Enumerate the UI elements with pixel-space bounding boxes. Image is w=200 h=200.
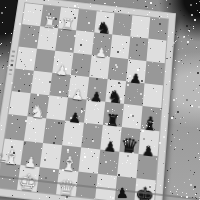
square-g7	[128, 37, 148, 61]
captured-black-pawn: ♟	[116, 186, 129, 200]
square-g2	[117, 151, 138, 178]
square-h1: ♚	[134, 178, 155, 200]
square-e8: ♞	[94, 11, 114, 34]
chessboard-photo: ♜♜♞♟♟♟♟♟♞♞♟♜♝♟♛♟♝♟♝♚♛♚ ♔ ♟	[0, 0, 200, 200]
square-g5	[124, 81, 145, 106]
square-e5: ♟	[87, 77, 108, 102]
chess-board: ♜♜♞♟♟♟♟♟♞♞♟♜♝♟♛♟♝♟♝♚♛♚ ♔	[0, 0, 182, 200]
square-f2	[98, 149, 120, 176]
square-h4: ♝	[141, 106, 162, 132]
square-e6	[89, 54, 110, 78]
square-g4	[122, 104, 143, 130]
white-queen: ♛	[56, 177, 77, 200]
square-f6	[108, 57, 129, 81]
square-h6	[145, 61, 165, 85]
square-f5: ♞	[105, 79, 126, 104]
square-f3: ♟	[100, 125, 121, 151]
square-h7	[146, 39, 166, 63]
maker-stamp-crown-icon: ♔	[0, 151, 5, 159]
square-f8	[112, 13, 132, 36]
board-grid: ♜♜♞♟♟♟♟♟♞♞♟♜♝♟♛♟♝♟♝♚♛♚	[0, 2, 169, 200]
square-h5	[143, 83, 163, 108]
square-e2	[78, 147, 100, 174]
square-e4	[84, 100, 105, 126]
square-h3: ♟	[139, 129, 160, 155]
maker-stamp-text-line	[0, 161, 5, 163]
board-margin: ♜♜♞♟♟♟♟♟♞♞♟♜♝♟♛♟♝♟♝♚♛♚ ♔	[0, 0, 176, 200]
square-e7: ♟	[92, 33, 113, 57]
square-h2	[136, 153, 157, 180]
square-g8	[130, 15, 150, 38]
square-f4: ♜	[103, 102, 124, 128]
square-e3	[81, 123, 103, 149]
square-h8	[148, 17, 168, 40]
square-g3: ♛	[119, 127, 140, 153]
square-f7	[110, 35, 130, 59]
square-g6: ♟	[126, 59, 146, 83]
